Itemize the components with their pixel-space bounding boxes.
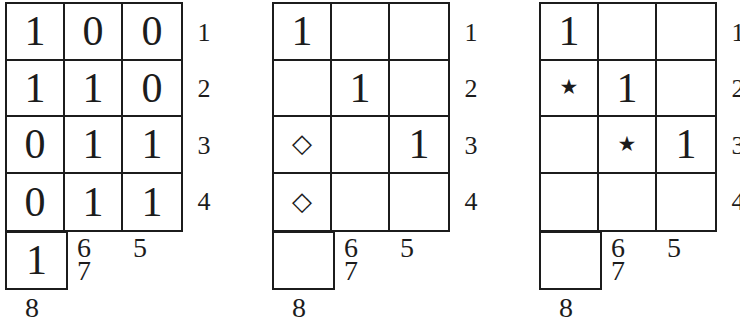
panel-2: 11◇1◇ 12346758: [272, 2, 492, 332]
panel-3: 1★1★1 12346758: [539, 2, 740, 332]
panel-1-grid: 100110011011: [5, 2, 183, 232]
panel-1-cell-r3c2: 1: [65, 117, 123, 174]
panel-3-star-icon-r2c1: ★: [541, 61, 599, 118]
panel-3-row-label-1: 1: [728, 20, 740, 46]
panel-3-cell-r1c2: [599, 4, 657, 61]
panel-2-cell-r4c2: [332, 174, 390, 231]
panel-2-cell-r1c3: [390, 4, 448, 61]
panel-1-cell-r4c1: 0: [7, 174, 65, 231]
panel-3-labels-6-7: 67: [611, 236, 625, 282]
panel-2-row-label-3: 3: [461, 133, 481, 159]
panel-3-cell-r3c3: 1: [657, 117, 715, 174]
panel-2-cell-r3c2: [332, 117, 390, 174]
panel-2-label-5: 5: [400, 236, 414, 259]
panel-3-row-label-3: 3: [728, 133, 740, 159]
panel-1-row-label-2: 2: [194, 76, 214, 102]
panel-2-row-label-1: 1: [461, 20, 481, 46]
panel-2-cell-r1c2: [332, 4, 390, 61]
panel-2-labels-6-7: 67: [344, 236, 358, 282]
panel-2-label-8: 8: [292, 294, 306, 322]
panel-3-label-5: 5: [667, 236, 681, 259]
panel-2-grid: 11◇1◇: [272, 2, 450, 232]
panel-3-cell-r4c3: [657, 174, 715, 231]
panel-2-cell-r2c1: [274, 61, 332, 118]
panel-3-extra-cell: [539, 231, 602, 290]
panel-1-cell-r4c2: 1: [65, 174, 123, 231]
panel-1-row-label-1: 1: [194, 20, 214, 46]
panel-2-cell-r4c3: [390, 174, 448, 231]
panel-2-diamond-icon-r4c1: ◇: [274, 174, 332, 231]
panel-1-cell-r3c1: 0: [7, 117, 65, 174]
panel-1-label-8: 8: [25, 294, 39, 322]
panel-3-cell-r4c2: [599, 174, 657, 231]
panel-2-cell-r3c3: 1: [390, 117, 448, 174]
panel-3-label-8: 8: [559, 294, 573, 322]
panel-3-row-label-2: 2: [728, 76, 740, 102]
panel-2-row-label-4: 4: [461, 189, 481, 215]
panel-2-extra-cell: [272, 231, 335, 290]
panel-1-labels-6-7: 67: [77, 236, 91, 282]
panel-3-cell-r1c3: [657, 4, 715, 61]
panel-1-label-5: 5: [133, 236, 147, 259]
panel-2-cell-r2c3: [390, 61, 448, 118]
panel-3-cell-r3c1: [541, 117, 599, 174]
panel-2-diamond-icon-r3c1: ◇: [274, 117, 332, 174]
panel-1-cell-r1c3: 0: [123, 4, 181, 61]
panel-1-row-label-4: 4: [194, 189, 214, 215]
panel-2-row-label-2: 2: [461, 76, 481, 102]
panel-1-cell-r4c3: 1: [123, 174, 181, 231]
panel-3-cell-r2c3: [657, 61, 715, 118]
panel-3-row-label-4: 4: [728, 189, 740, 215]
panel-1-cell-r1c2: 0: [65, 4, 123, 61]
panel-3-cell-r1c1: 1: [541, 4, 599, 61]
panel-3-grid: 1★1★1: [539, 2, 717, 232]
panel-1-cell-r2c2: 1: [65, 61, 123, 118]
panel-1-cell-r2c1: 1: [7, 61, 65, 118]
panel-1-row-label-3: 3: [194, 133, 214, 159]
panel-3-star-icon-r3c2: ★: [599, 117, 657, 174]
panel-2-cell-r1c1: 1: [274, 4, 332, 61]
panel-3-cell-r2c2: 1: [599, 61, 657, 118]
panel-1-cell-r3c3: 1: [123, 117, 181, 174]
panel-1: 100110011011 1 12346758: [5, 2, 225, 332]
panel-1-extra-cell: 1: [5, 231, 68, 290]
panel-1-cell-r2c3: 0: [123, 61, 181, 118]
panel-3-cell-r4c1: [541, 174, 599, 231]
panel-1-cell-r1c1: 1: [7, 4, 65, 61]
panel-2-cell-r2c2: 1: [332, 61, 390, 118]
diagram-canvas: 100110011011 1 12346758 11◇1◇ 12346758 1…: [0, 0, 740, 335]
